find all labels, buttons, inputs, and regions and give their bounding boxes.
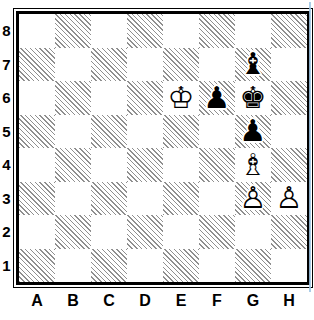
black-pawn[interactable]: ♟ (235, 115, 271, 149)
square-g2[interactable] (235, 215, 271, 249)
file-label-a: A (19, 289, 55, 313)
square-h8[interactable] (271, 14, 307, 48)
square-b8[interactable] (55, 14, 91, 48)
square-g7[interactable]: ♝ (235, 48, 271, 82)
square-h3[interactable]: ♟♙ (271, 182, 307, 216)
square-g8[interactable] (235, 14, 271, 48)
chess-board: ♝♚♔♟♚♟♝♗♟♙♟♙ (19, 14, 307, 282)
rank-label-2: 2 (0, 215, 13, 249)
square-c6[interactable] (91, 81, 127, 115)
chess-diagram: 87654321 ♝♚♔♟♚♟♝♗♟♙♟♙ ABCDEFGH (0, 0, 314, 320)
square-b6[interactable] (55, 81, 91, 115)
file-label-d: D (127, 289, 163, 313)
square-f1[interactable] (199, 249, 235, 283)
square-c5[interactable] (91, 115, 127, 149)
white-pawn[interactable]: ♟♙ (235, 182, 271, 216)
square-c1[interactable] (91, 249, 127, 283)
white-piece-outline: ♔ (168, 83, 195, 113)
square-h1[interactable] (271, 249, 307, 283)
black-piece-glyph: ♟ (240, 116, 267, 146)
square-b7[interactable] (55, 48, 91, 82)
square-h7[interactable] (271, 48, 307, 82)
rank-label-4: 4 (0, 148, 13, 182)
square-c8[interactable] (91, 14, 127, 48)
white-piece-outline: ♙ (240, 183, 267, 213)
square-e6[interactable]: ♚♔ (163, 81, 199, 115)
square-f8[interactable] (199, 14, 235, 48)
square-h4[interactable] (271, 148, 307, 182)
square-e2[interactable] (163, 215, 199, 249)
square-h2[interactable] (271, 215, 307, 249)
black-piece-glyph: ♚ (240, 83, 267, 113)
square-h6[interactable] (271, 81, 307, 115)
rank-label-3: 3 (0, 182, 13, 216)
square-a8[interactable] (19, 14, 55, 48)
square-e5[interactable] (163, 115, 199, 149)
black-piece-glyph: ♝ (240, 49, 267, 79)
square-f6[interactable]: ♟ (199, 81, 235, 115)
square-b5[interactable] (55, 115, 91, 149)
black-bishop[interactable]: ♝ (235, 48, 271, 82)
square-d1[interactable] (127, 249, 163, 283)
square-f3[interactable] (199, 182, 235, 216)
file-label-f: F (199, 289, 235, 313)
black-pawn[interactable]: ♟ (199, 81, 235, 115)
square-a2[interactable] (19, 215, 55, 249)
square-f2[interactable] (199, 215, 235, 249)
square-d7[interactable] (127, 48, 163, 82)
board-border: ♝♚♔♟♚♟♝♗♟♙♟♙ (16, 11, 310, 285)
black-king[interactable]: ♚ (235, 81, 271, 115)
square-d3[interactable] (127, 182, 163, 216)
rank-labels: 87654321 (0, 14, 13, 282)
square-c7[interactable] (91, 48, 127, 82)
file-label-g: G (235, 289, 271, 313)
white-piece-outline: ♗ (240, 150, 267, 180)
white-king[interactable]: ♚♔ (163, 81, 199, 115)
square-c3[interactable] (91, 182, 127, 216)
board-frame: ♝♚♔♟♚♟♝♗♟♙♟♙ (13, 8, 313, 288)
square-d5[interactable] (127, 115, 163, 149)
square-e8[interactable] (163, 14, 199, 48)
file-label-e: E (163, 289, 199, 313)
square-b2[interactable] (55, 215, 91, 249)
white-bishop[interactable]: ♝♗ (235, 148, 271, 182)
square-g3[interactable]: ♟♙ (235, 182, 271, 216)
square-f5[interactable] (199, 115, 235, 149)
square-e7[interactable] (163, 48, 199, 82)
square-d6[interactable] (127, 81, 163, 115)
file-label-b: B (55, 289, 91, 313)
square-a1[interactable] (19, 249, 55, 283)
square-d8[interactable] (127, 14, 163, 48)
rank-label-7: 7 (0, 48, 13, 82)
square-b1[interactable] (55, 249, 91, 283)
square-e4[interactable] (163, 148, 199, 182)
square-a7[interactable] (19, 48, 55, 82)
square-g5[interactable]: ♟ (235, 115, 271, 149)
square-a6[interactable] (19, 81, 55, 115)
file-labels: ABCDEFGH (19, 289, 307, 313)
file-label-h: H (271, 289, 307, 313)
rank-label-6: 6 (0, 81, 13, 115)
square-a5[interactable] (19, 115, 55, 149)
square-g1[interactable] (235, 249, 271, 283)
square-e3[interactable] (163, 182, 199, 216)
square-d4[interactable] (127, 148, 163, 182)
square-g4[interactable]: ♝♗ (235, 148, 271, 182)
white-piece-outline: ♙ (276, 183, 303, 213)
scan-artifact-line (309, 2, 311, 292)
square-a3[interactable] (19, 182, 55, 216)
rank-label-1: 1 (0, 249, 13, 283)
square-c2[interactable] (91, 215, 127, 249)
rank-label-5: 5 (0, 115, 13, 149)
square-d2[interactable] (127, 215, 163, 249)
rank-label-8: 8 (0, 14, 13, 48)
white-pawn[interactable]: ♟♙ (271, 182, 307, 216)
square-f4[interactable] (199, 148, 235, 182)
square-g6[interactable]: ♚ (235, 81, 271, 115)
black-piece-glyph: ♟ (204, 83, 231, 113)
square-a4[interactable] (19, 148, 55, 182)
square-f7[interactable] (199, 48, 235, 82)
file-label-c: C (91, 289, 127, 313)
square-b4[interactable] (55, 148, 91, 182)
square-e1[interactable] (163, 249, 199, 283)
square-h5[interactable] (271, 115, 307, 149)
square-b3[interactable] (55, 182, 91, 216)
square-c4[interactable] (91, 148, 127, 182)
